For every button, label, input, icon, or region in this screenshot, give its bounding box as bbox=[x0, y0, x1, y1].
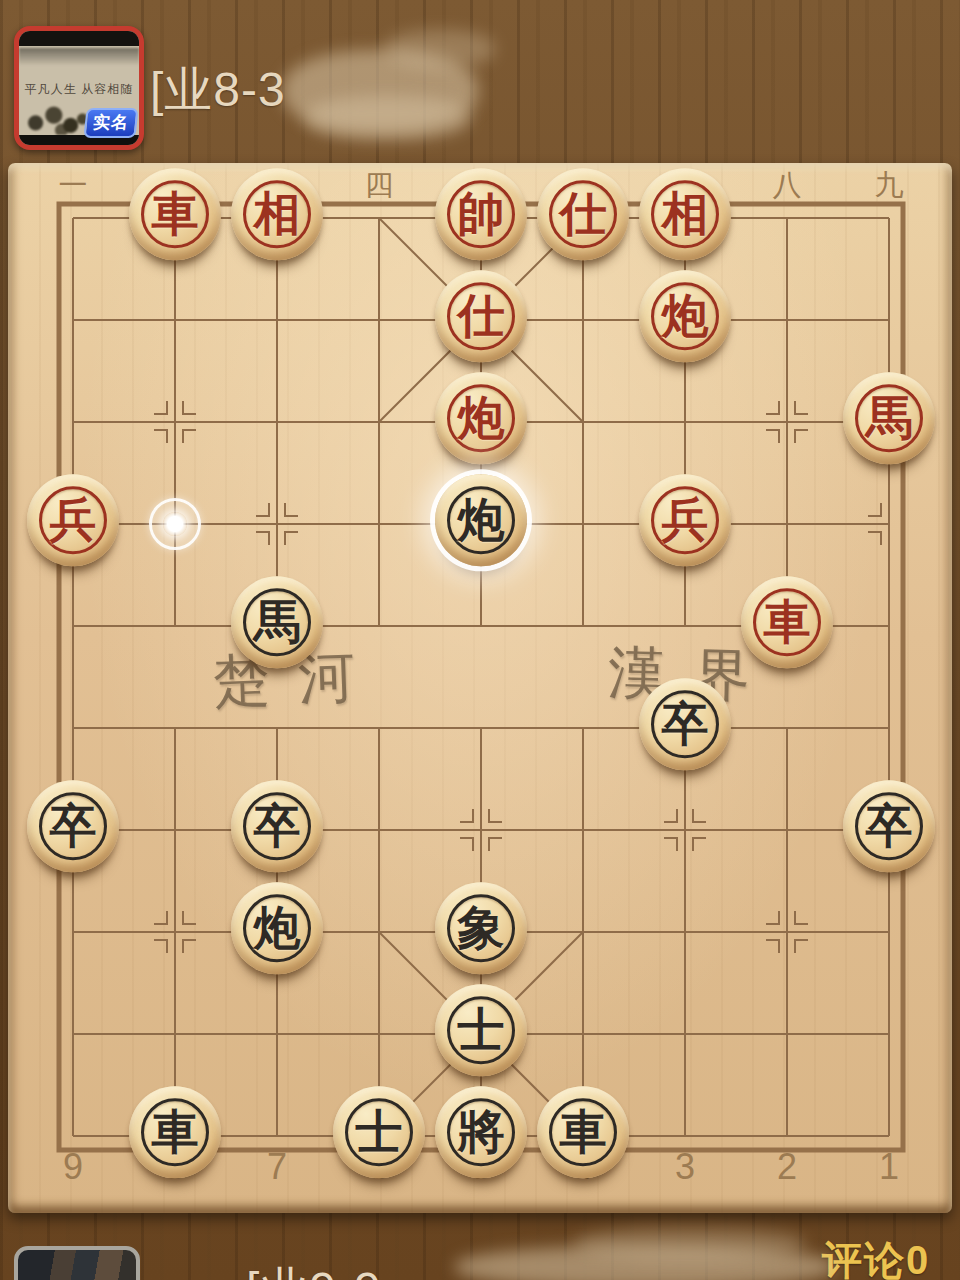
piece-black-cannon[interactable]: 炮 bbox=[231, 882, 323, 974]
avatar-flowers bbox=[23, 103, 93, 135]
piece-ring: 車 bbox=[141, 180, 209, 248]
piece-ring: 卒 bbox=[39, 792, 107, 860]
piece-ring: 卒 bbox=[243, 792, 311, 860]
file-label-bottom: 2 bbox=[777, 1146, 797, 1188]
file-label-top: 九 bbox=[875, 166, 904, 206]
bottom-player-avatar[interactable] bbox=[14, 1246, 140, 1280]
comments-button[interactable]: 评论0 bbox=[822, 1233, 930, 1280]
piece-red-soldier[interactable]: 兵 bbox=[639, 474, 731, 566]
piece-glyph: 車 bbox=[152, 190, 199, 237]
avatar-letterbox-top bbox=[19, 31, 139, 46]
piece-ring: 相 bbox=[243, 180, 311, 248]
piece-glyph: 卒 bbox=[866, 802, 913, 849]
piece-red-elephant[interactable]: 相 bbox=[639, 168, 731, 260]
piece-red-general[interactable]: 帥 bbox=[435, 168, 527, 260]
piece-red-horse[interactable]: 馬 bbox=[843, 372, 935, 464]
piece-glyph: 卒 bbox=[254, 802, 301, 849]
piece-black-soldier[interactable]: 卒 bbox=[843, 780, 935, 872]
piece-ring: 相 bbox=[651, 180, 719, 248]
xiangqi-board[interactable]: 楚河 漢界 一二三四五六七八九987654321 車相帥仕相仕炮炮馬兵炮兵馬車卒… bbox=[8, 163, 952, 1213]
realname-badge: 实名 bbox=[83, 108, 138, 138]
piece-ring: 炮 bbox=[447, 486, 515, 554]
piece-ring: 卒 bbox=[651, 690, 719, 758]
piece-red-chariot[interactable]: 車 bbox=[129, 168, 221, 260]
piece-red-advisor[interactable]: 仕 bbox=[537, 168, 629, 260]
file-label-top: 四 bbox=[365, 166, 394, 206]
piece-glyph: 車 bbox=[560, 1108, 607, 1155]
piece-glyph: 馬 bbox=[866, 394, 913, 441]
piece-glyph: 炮 bbox=[254, 904, 301, 951]
piece-glyph: 馬 bbox=[254, 598, 301, 645]
piece-ring: 仕 bbox=[549, 180, 617, 248]
piece-black-cannon[interactable]: 炮 bbox=[435, 474, 527, 566]
piece-ring: 士 bbox=[345, 1098, 413, 1166]
piece-ring: 車 bbox=[549, 1098, 617, 1166]
piece-black-soldier[interactable]: 卒 bbox=[27, 780, 119, 872]
piece-black-chariot[interactable]: 車 bbox=[537, 1086, 629, 1178]
avatar-mountain-band bbox=[19, 48, 139, 65]
piece-ring: 車 bbox=[141, 1098, 209, 1166]
censor-smudge bbox=[575, 1228, 805, 1260]
piece-ring: 帥 bbox=[447, 180, 515, 248]
file-label-bottom: 3 bbox=[675, 1146, 695, 1188]
piece-ring: 炮 bbox=[447, 384, 515, 452]
piece-ring: 馬 bbox=[855, 384, 923, 452]
piece-glyph: 相 bbox=[662, 190, 709, 237]
piece-glyph: 相 bbox=[254, 190, 301, 237]
piece-glyph: 兵 bbox=[50, 496, 97, 543]
piece-ring: 兵 bbox=[651, 486, 719, 554]
piece-red-cannon[interactable]: 炮 bbox=[435, 372, 527, 464]
piece-black-advisor[interactable]: 士 bbox=[435, 984, 527, 1076]
piece-glyph: 卒 bbox=[662, 700, 709, 747]
piece-glyph: 士 bbox=[458, 1006, 505, 1053]
piece-black-horse[interactable]: 馬 bbox=[231, 576, 323, 668]
piece-black-advisor[interactable]: 士 bbox=[333, 1086, 425, 1178]
piece-ring: 將 bbox=[447, 1098, 515, 1166]
piece-glyph: 炮 bbox=[458, 394, 505, 441]
bottom-player-title: [业9-9 bbox=[246, 1258, 382, 1280]
piece-ring: 車 bbox=[753, 588, 821, 656]
piece-glyph: 士 bbox=[356, 1108, 403, 1155]
file-label-top: 八 bbox=[773, 166, 802, 206]
piece-glyph: 炮 bbox=[662, 292, 709, 339]
file-label-bottom: 1 bbox=[879, 1146, 899, 1188]
piece-black-soldier[interactable]: 卒 bbox=[639, 678, 731, 770]
piece-glyph: 象 bbox=[458, 904, 505, 951]
piece-red-advisor[interactable]: 仕 bbox=[435, 270, 527, 362]
move-origin-dot bbox=[149, 498, 201, 550]
piece-red-elephant[interactable]: 相 bbox=[231, 168, 323, 260]
piece-red-cannon[interactable]: 炮 bbox=[639, 270, 731, 362]
piece-glyph: 仕 bbox=[560, 190, 607, 237]
piece-ring: 馬 bbox=[243, 588, 311, 656]
piece-glyph: 將 bbox=[458, 1108, 505, 1155]
piece-glyph: 炮 bbox=[458, 496, 505, 543]
screen: 平凡人生 从容相随 实名 [业8-3 楚河 漢界 一二三四五六七八九987654… bbox=[0, 0, 960, 1280]
piece-ring: 象 bbox=[447, 894, 515, 962]
file-label-bottom: 9 bbox=[63, 1146, 83, 1188]
top-player-title: [业8-3 bbox=[150, 58, 286, 122]
piece-glyph: 帥 bbox=[458, 190, 505, 237]
piece-ring: 兵 bbox=[39, 486, 107, 554]
file-label-top: 一 bbox=[59, 166, 88, 206]
censor-smudge bbox=[305, 96, 470, 140]
piece-glyph: 仕 bbox=[458, 292, 505, 339]
piece-glyph: 車 bbox=[152, 1108, 199, 1155]
piece-glyph: 車 bbox=[764, 598, 811, 645]
piece-ring: 仕 bbox=[447, 282, 515, 350]
top-player-avatar[interactable]: 平凡人生 从容相随 实名 bbox=[14, 26, 144, 150]
piece-black-chariot[interactable]: 車 bbox=[129, 1086, 221, 1178]
piece-ring: 卒 bbox=[855, 792, 923, 860]
piece-ring: 炮 bbox=[651, 282, 719, 350]
piece-ring: 士 bbox=[447, 996, 515, 1064]
piece-glyph: 卒 bbox=[50, 802, 97, 849]
piece-red-chariot[interactable]: 車 bbox=[741, 576, 833, 668]
piece-black-soldier[interactable]: 卒 bbox=[231, 780, 323, 872]
avatar-caption: 平凡人生 从容相随 bbox=[19, 81, 139, 98]
piece-ring: 炮 bbox=[243, 894, 311, 962]
censor-smudge bbox=[385, 30, 495, 68]
piece-glyph: 兵 bbox=[662, 496, 709, 543]
file-label-bottom: 7 bbox=[267, 1146, 287, 1188]
piece-red-soldier[interactable]: 兵 bbox=[27, 474, 119, 566]
piece-black-elephant[interactable]: 象 bbox=[435, 882, 527, 974]
piece-black-general[interactable]: 將 bbox=[435, 1086, 527, 1178]
